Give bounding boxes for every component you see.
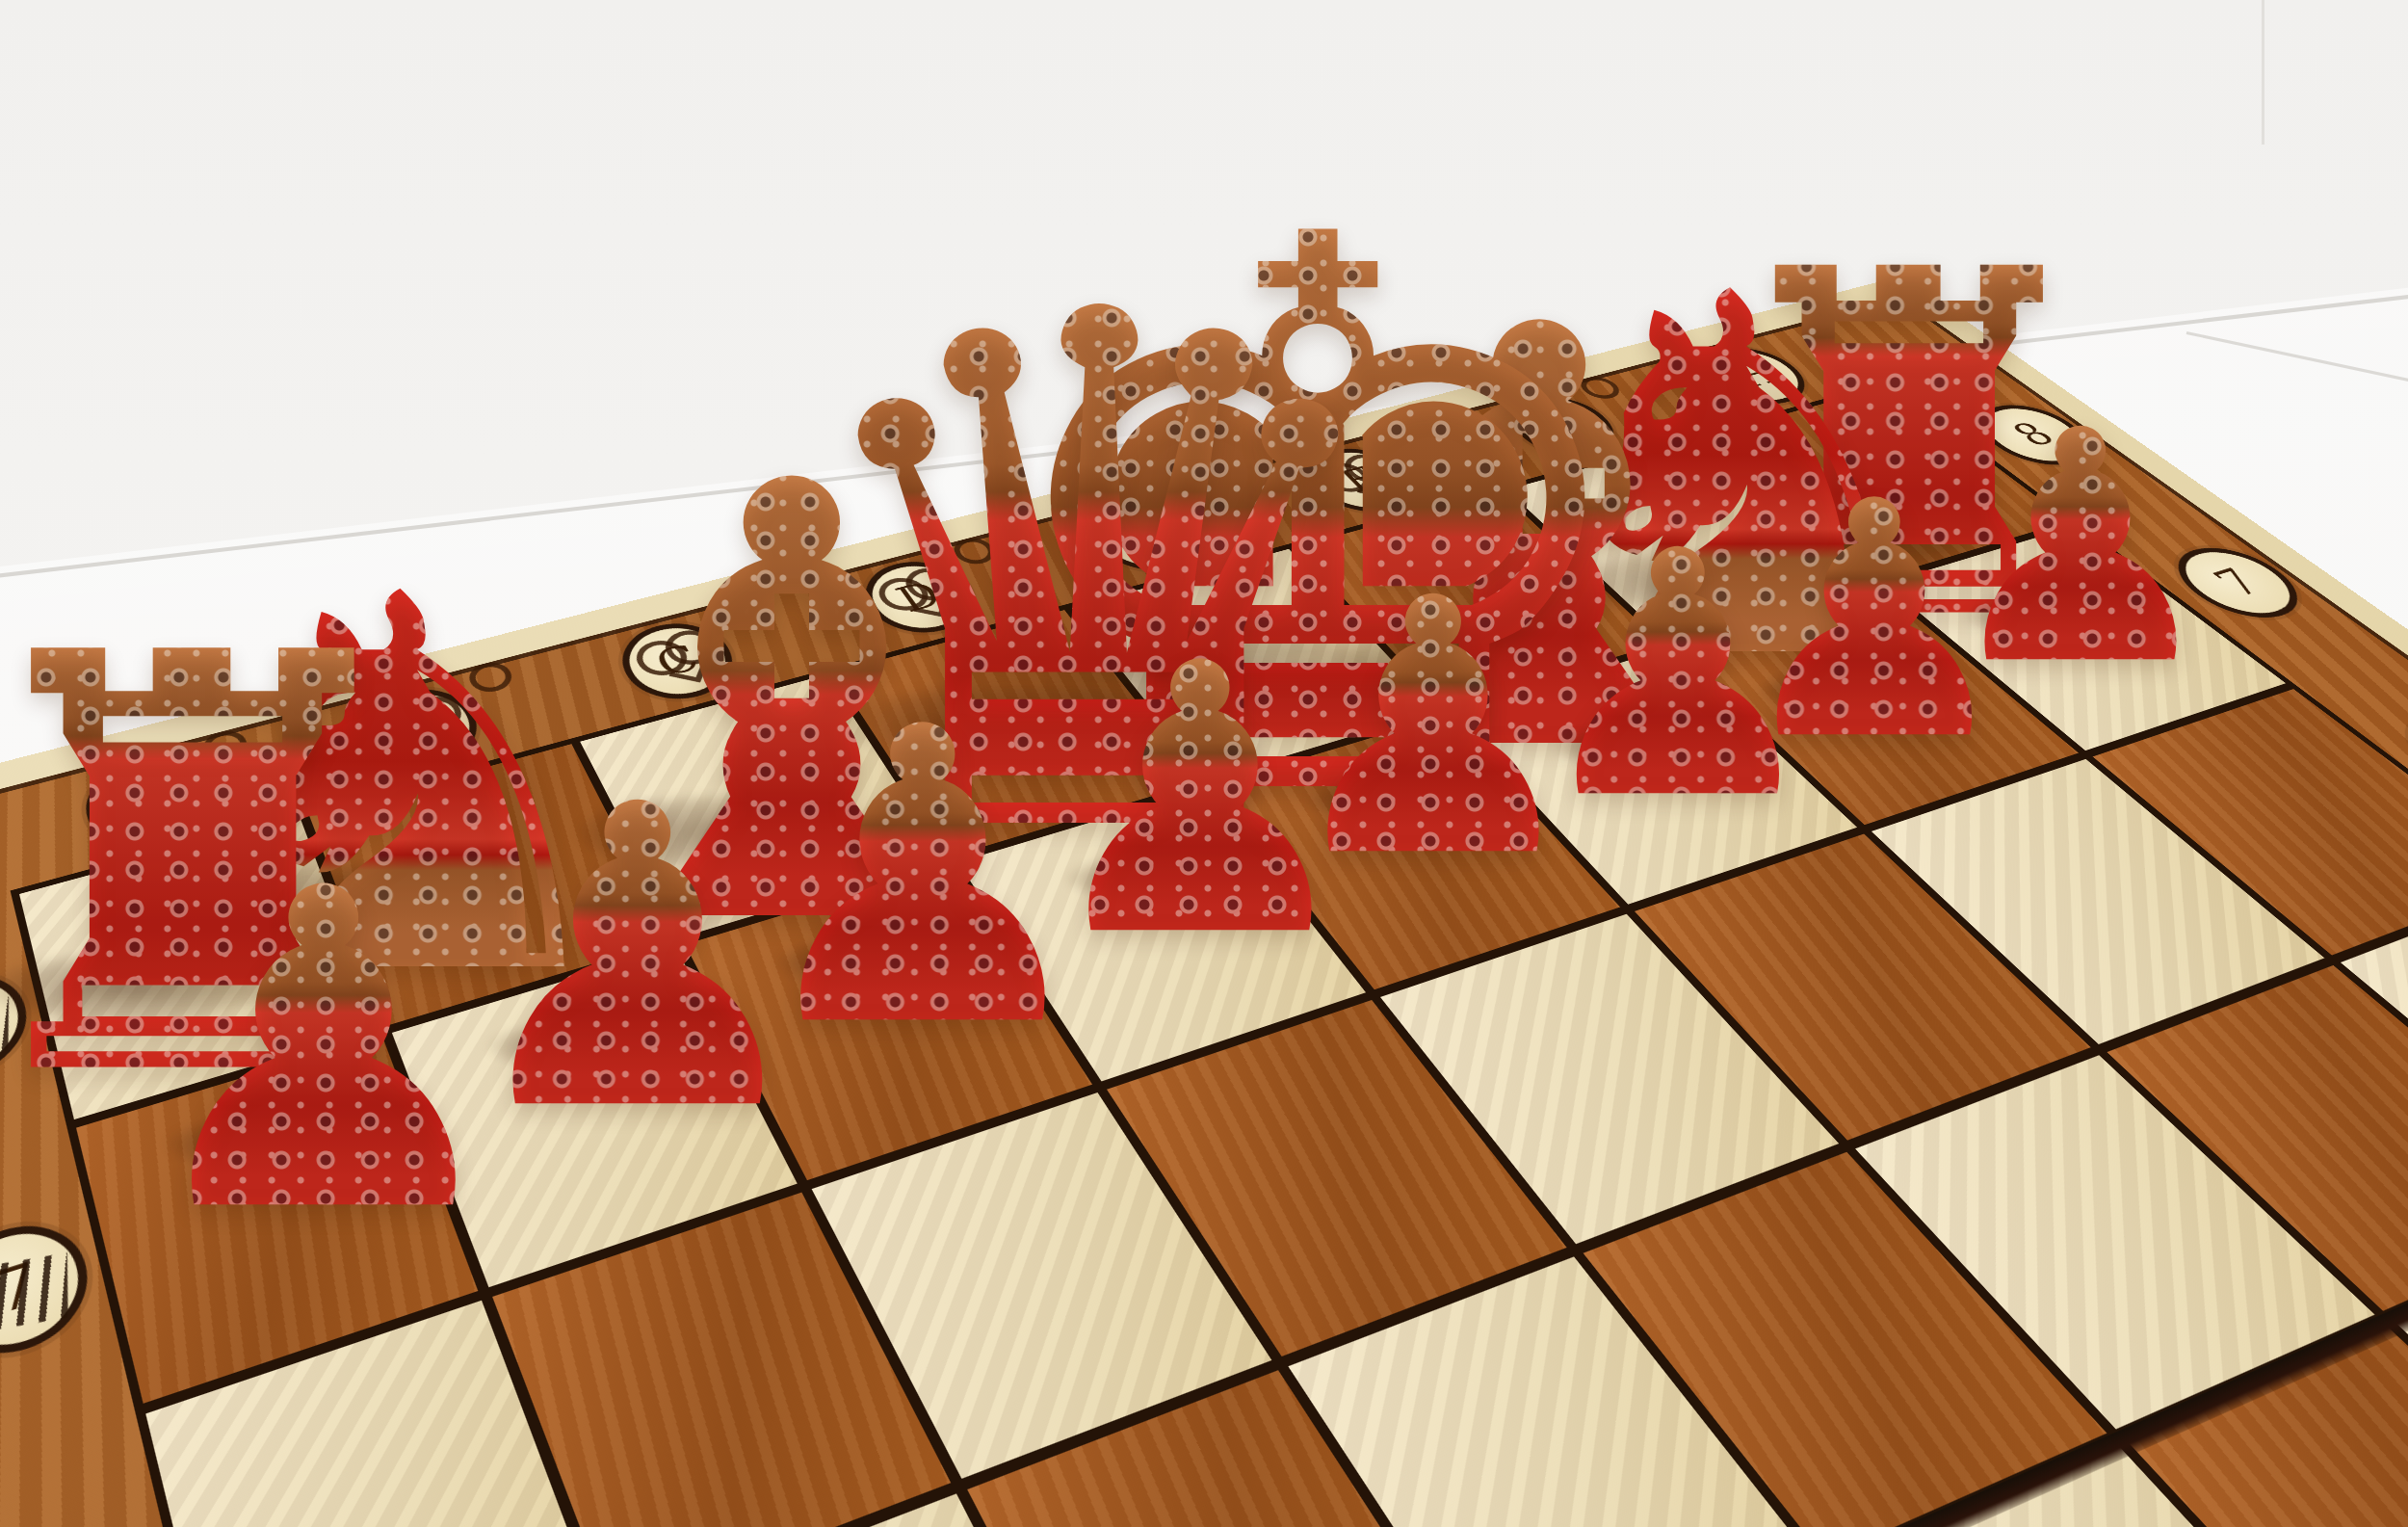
piece-layer: ♜♜♞♞♝♝♛♛♚♚♝♝♞♞♜♜♟♟♟♟♟♟♟♟♟♟♟♟♟♟♟♟ xyxy=(0,0,2408,1527)
piece-black-pawn-a7[interactable]: ♟♟ xyxy=(126,832,521,1273)
